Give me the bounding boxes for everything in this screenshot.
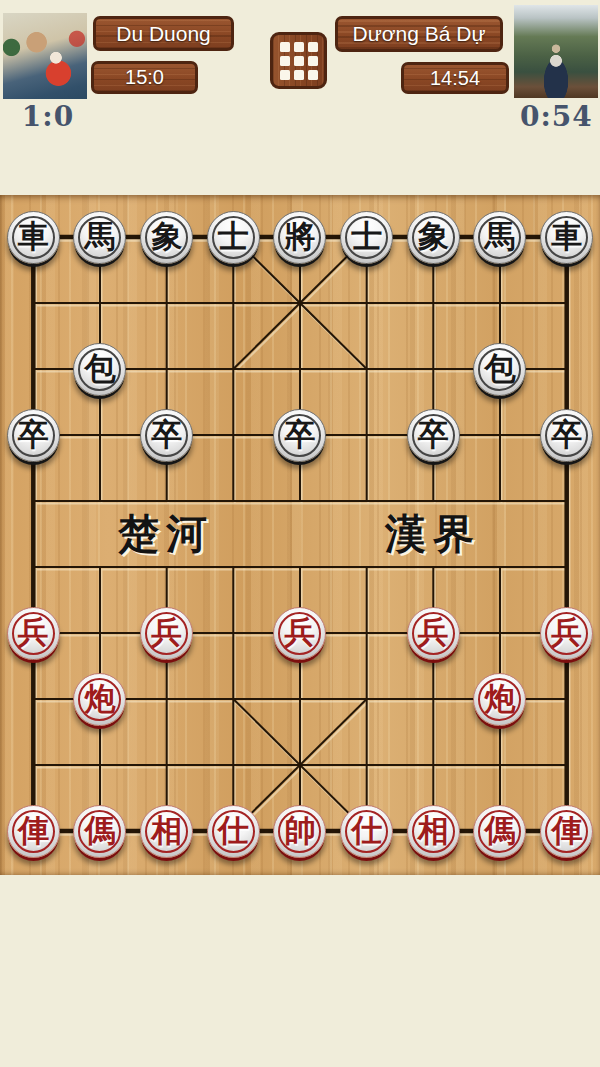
piece-glyph: 車 xyxy=(551,221,582,252)
river-label-left: 楚河 xyxy=(118,507,214,562)
piece-glyph: 傌 xyxy=(484,815,515,846)
piece-glyph: 象 xyxy=(151,221,182,252)
piece-glyph: 兵 xyxy=(284,617,315,648)
piece-red-soldier[interactable]: 兵 xyxy=(407,607,460,660)
piece-red-horse[interactable]: 傌 xyxy=(73,805,126,858)
board-grid-lines xyxy=(0,195,600,875)
piece-red-general[interactable]: 帥 xyxy=(273,805,326,858)
piece-black-advisor[interactable]: 士 xyxy=(207,211,260,264)
river-label-right: 漢界 xyxy=(385,507,481,562)
piece-glyph: 兵 xyxy=(18,617,49,648)
menu-button[interactable] xyxy=(270,32,327,89)
piece-red-soldier[interactable]: 兵 xyxy=(540,607,593,660)
piece-glyph: 仕 xyxy=(218,815,249,846)
piece-black-advisor[interactable]: 士 xyxy=(340,211,393,264)
left-player-name: Du Duong xyxy=(116,22,211,46)
grid-menu-icon xyxy=(280,42,318,80)
piece-glyph: 兵 xyxy=(551,617,582,648)
piece-red-cannon[interactable]: 炮 xyxy=(473,673,526,726)
piece-glyph: 馬 xyxy=(84,221,115,252)
piece-red-advisor[interactable]: 仕 xyxy=(207,805,260,858)
piece-black-soldier[interactable]: 卒 xyxy=(7,409,60,462)
piece-glyph: 仕 xyxy=(351,815,382,846)
piece-glyph: 俥 xyxy=(18,815,49,846)
piece-red-horse[interactable]: 傌 xyxy=(473,805,526,858)
piece-glyph: 兵 xyxy=(418,617,449,648)
piece-glyph: 馬 xyxy=(484,221,515,252)
piece-glyph: 相 xyxy=(418,815,449,846)
piece-glyph: 卒 xyxy=(418,419,449,450)
piece-black-elephant[interactable]: 象 xyxy=(407,211,460,264)
piece-black-soldier[interactable]: 卒 xyxy=(273,409,326,462)
right-player-score: 0:54 xyxy=(520,100,592,133)
xiangqi-board[interactable]: 楚河 漢界 車馬象士將士象馬車包包卒卒卒卒卒兵兵兵兵兵炮炮俥傌相仕帥仕相傌俥 xyxy=(0,195,600,875)
piece-glyph: 卒 xyxy=(551,419,582,450)
right-player-clock: 14:54 xyxy=(401,62,509,94)
piece-black-soldier[interactable]: 卒 xyxy=(540,409,593,462)
piece-black-horse[interactable]: 馬 xyxy=(473,211,526,264)
piece-glyph: 象 xyxy=(418,221,449,252)
piece-red-chariot[interactable]: 俥 xyxy=(540,805,593,858)
left-player-name-plate: Du Duong xyxy=(93,16,234,51)
left-player-clock: 15:0 xyxy=(91,61,198,94)
piece-glyph: 士 xyxy=(218,221,249,252)
piece-glyph: 卒 xyxy=(151,419,182,450)
right-player-name-plate: Dương Bá Dự xyxy=(335,16,503,52)
piece-glyph: 卒 xyxy=(284,419,315,450)
piece-glyph: 包 xyxy=(84,353,115,384)
piece-glyph: 帥 xyxy=(284,815,315,846)
piece-glyph: 炮 xyxy=(84,683,115,714)
left-player-avatar xyxy=(3,13,87,99)
piece-red-soldier[interactable]: 兵 xyxy=(273,607,326,660)
right-player-avatar xyxy=(514,5,598,98)
app-screen: Du Duong 15:0 Dương Bá Dự 14:54 1:0 0:54 xyxy=(0,0,600,1067)
piece-black-elephant[interactable]: 象 xyxy=(140,211,193,264)
piece-red-soldier[interactable]: 兵 xyxy=(7,607,60,660)
piece-glyph: 車 xyxy=(18,221,49,252)
left-player-score: 1:0 xyxy=(12,100,84,133)
piece-red-elephant[interactable]: 相 xyxy=(140,805,193,858)
right-player-clock-value: 14:54 xyxy=(430,67,480,90)
piece-glyph: 傌 xyxy=(84,815,115,846)
right-player-name: Dương Bá Dự xyxy=(353,22,486,46)
piece-glyph: 卒 xyxy=(18,419,49,450)
piece-glyph: 包 xyxy=(484,353,515,384)
piece-black-chariot[interactable]: 車 xyxy=(540,211,593,264)
left-player-clock-value: 15:0 xyxy=(125,66,164,89)
piece-black-cannon[interactable]: 包 xyxy=(473,343,526,396)
piece-glyph: 將 xyxy=(284,221,315,252)
piece-black-horse[interactable]: 馬 xyxy=(73,211,126,264)
piece-black-general[interactable]: 將 xyxy=(273,211,326,264)
piece-red-elephant[interactable]: 相 xyxy=(407,805,460,858)
piece-glyph: 相 xyxy=(151,815,182,846)
piece-black-chariot[interactable]: 車 xyxy=(7,211,60,264)
piece-red-chariot[interactable]: 俥 xyxy=(7,805,60,858)
piece-black-cannon[interactable]: 包 xyxy=(73,343,126,396)
piece-glyph: 俥 xyxy=(551,815,582,846)
piece-red-soldier[interactable]: 兵 xyxy=(140,607,193,660)
piece-glyph: 炮 xyxy=(484,683,515,714)
piece-red-advisor[interactable]: 仕 xyxy=(340,805,393,858)
piece-glyph: 士 xyxy=(351,221,382,252)
piece-red-cannon[interactable]: 炮 xyxy=(73,673,126,726)
piece-black-soldier[interactable]: 卒 xyxy=(407,409,460,462)
piece-black-soldier[interactable]: 卒 xyxy=(140,409,193,462)
piece-glyph: 兵 xyxy=(151,617,182,648)
